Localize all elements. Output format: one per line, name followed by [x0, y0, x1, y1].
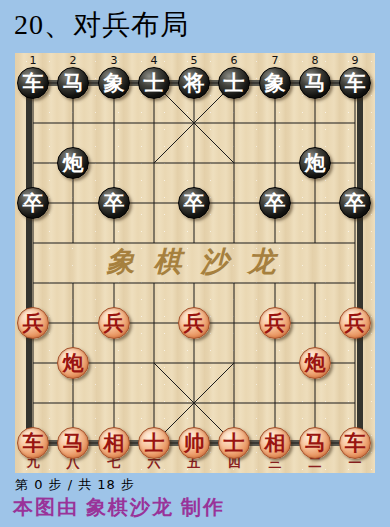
column-label-top-9: 9	[347, 54, 363, 67]
piece-red-炮-c2r7[interactable]: 炮	[57, 347, 89, 379]
river-label: 象 棋 沙 龙	[33, 243, 355, 283]
column-label-top-7: 7	[267, 54, 283, 67]
column-label-top-5: 5	[186, 54, 202, 67]
page-background: 20、对兵布局 象 棋 沙 龙 123456789 九八七六五四三二一 车马象士…	[0, 0, 390, 527]
piece-red-兵-c3r6[interactable]: 兵	[98, 307, 130, 339]
piece-black-炮-c2r2[interactable]: 炮	[57, 147, 89, 179]
piece-red-士-c6r9[interactable]: 士	[218, 427, 250, 459]
piece-red-兵-c5r6[interactable]: 兵	[178, 307, 210, 339]
credit-text: 本图由 象棋沙龙 制作	[13, 494, 225, 521]
piece-black-象-c7r0[interactable]: 象	[259, 67, 291, 99]
piece-red-相-c3r9[interactable]: 相	[98, 427, 130, 459]
piece-black-马-c8r0[interactable]: 马	[299, 67, 331, 99]
piece-black-卒-c3r3[interactable]: 卒	[98, 187, 130, 219]
piece-red-相-c7r9[interactable]: 相	[259, 427, 291, 459]
piece-black-炮-c8r2[interactable]: 炮	[299, 147, 331, 179]
piece-black-士-c4r0[interactable]: 士	[138, 67, 170, 99]
board: 象 棋 沙 龙 123456789 九八七六五四三二一 车马象士将士象马车炮炮卒…	[15, 53, 375, 473]
piece-black-将-c5r0[interactable]: 将	[178, 67, 210, 99]
piece-red-马-c2r9[interactable]: 马	[57, 427, 89, 459]
column-label-top-3: 3	[106, 54, 122, 67]
piece-black-马-c2r0[interactable]: 马	[57, 67, 89, 99]
step-counter: 第 0 步 / 共 18 步	[15, 476, 135, 494]
piece-black-士-c6r0[interactable]: 士	[218, 67, 250, 99]
piece-black-车-c1r0[interactable]: 车	[17, 67, 49, 99]
column-label-top-1: 1	[25, 54, 41, 67]
piece-black-象-c3r0[interactable]: 象	[98, 67, 130, 99]
column-label-top-4: 4	[146, 54, 162, 67]
piece-black-卒-c1r3[interactable]: 卒	[17, 187, 49, 219]
column-label-top-8: 8	[307, 54, 323, 67]
piece-red-兵-c9r6[interactable]: 兵	[339, 307, 371, 339]
piece-black-卒-c9r3[interactable]: 卒	[339, 187, 371, 219]
piece-red-车-c1r9[interactable]: 车	[17, 427, 49, 459]
piece-black-卒-c7r3[interactable]: 卒	[259, 187, 291, 219]
piece-red-车-c9r9[interactable]: 车	[339, 427, 371, 459]
column-label-top-6: 6	[226, 54, 242, 67]
piece-red-兵-c1r6[interactable]: 兵	[17, 307, 49, 339]
piece-red-士-c4r9[interactable]: 士	[138, 427, 170, 459]
page-title: 20、对兵布局	[14, 6, 189, 44]
piece-red-马-c8r9[interactable]: 马	[299, 427, 331, 459]
column-label-top-2: 2	[65, 54, 81, 67]
piece-red-炮-c8r7[interactable]: 炮	[299, 347, 331, 379]
piece-black-车-c9r0[interactable]: 车	[339, 67, 371, 99]
piece-black-卒-c5r3[interactable]: 卒	[178, 187, 210, 219]
piece-red-帅-c5r9[interactable]: 帅	[178, 427, 210, 459]
piece-red-兵-c7r6[interactable]: 兵	[259, 307, 291, 339]
